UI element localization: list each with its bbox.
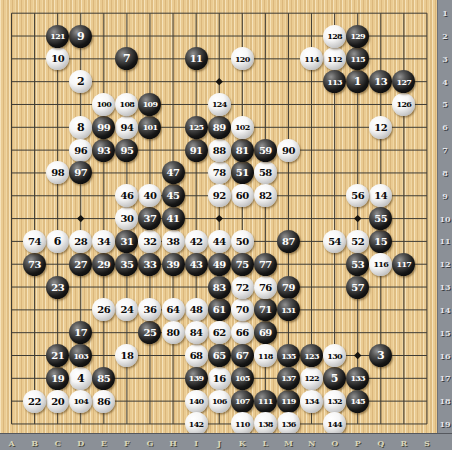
stone-white-126[interactable]: 126 — [392, 93, 415, 116]
stone-black-111[interactable]: 111 — [254, 390, 277, 413]
stone-black-109[interactable]: 109 — [138, 93, 161, 116]
stone-white-68[interactable]: 68 — [185, 344, 208, 367]
stone-black-13[interactable]: 13 — [369, 70, 392, 93]
stone-black-137[interactable]: 137 — [277, 367, 300, 390]
column-label-E: E — [97, 438, 111, 448]
stone-black-89[interactable]: 89 — [208, 116, 231, 139]
stone-black-73[interactable]: 73 — [23, 253, 46, 276]
column-label-F: F — [120, 438, 134, 448]
row-label-6: 6 — [438, 122, 452, 132]
stone-black-55[interactable]: 55 — [369, 207, 392, 230]
stone-white-14[interactable]: 14 — [369, 184, 392, 207]
stone-white-28[interactable]: 28 — [69, 230, 92, 253]
stone-white-122[interactable]: 122 — [300, 367, 323, 390]
stone-white-6[interactable]: 6 — [46, 230, 69, 253]
stone-white-56[interactable]: 56 — [346, 184, 369, 207]
stone-black-77[interactable]: 77 — [254, 253, 277, 276]
row-label-15: 15 — [438, 328, 452, 338]
column-label-B: B — [28, 438, 42, 448]
column-label-J: J — [212, 438, 226, 448]
stone-white-78[interactable]: 78 — [208, 161, 231, 184]
stone-black-117[interactable]: 117 — [392, 253, 415, 276]
stone-black-15[interactable]: 15 — [369, 230, 392, 253]
stone-black-129[interactable]: 129 — [346, 25, 369, 48]
stone-white-20[interactable]: 20 — [46, 390, 69, 413]
stone-white-98[interactable]: 98 — [46, 161, 69, 184]
stone-black-67[interactable]: 67 — [231, 344, 254, 367]
stone-white-144[interactable]: 144 — [323, 412, 346, 435]
stone-black-9[interactable]: 9 — [69, 25, 92, 48]
stone-white-8[interactable]: 8 — [69, 116, 92, 139]
stone-black-133[interactable]: 133 — [346, 367, 369, 390]
stone-white-86[interactable]: 86 — [92, 390, 115, 413]
stone-black-65[interactable]: 65 — [208, 344, 231, 367]
stone-white-136[interactable]: 136 — [277, 412, 300, 435]
stone-white-52[interactable]: 52 — [346, 230, 369, 253]
row-label-13: 13 — [438, 282, 452, 292]
column-label-P: P — [351, 438, 365, 448]
stone-black-91[interactable]: 91 — [185, 139, 208, 162]
row-label-7: 7 — [438, 145, 452, 155]
stone-black-25[interactable]: 25 — [138, 321, 161, 344]
stone-white-130[interactable]: 130 — [323, 344, 346, 367]
stone-black-17[interactable]: 17 — [69, 321, 92, 344]
stone-black-19[interactable]: 19 — [46, 367, 69, 390]
row-label-18: 18 — [438, 396, 452, 406]
stone-black-69[interactable]: 69 — [254, 321, 277, 344]
stone-white-38[interactable]: 38 — [162, 230, 185, 253]
stones-layer: 1234567891011121314151617181920212223242… — [0, 0, 437, 433]
stone-black-113[interactable]: 113 — [323, 70, 346, 93]
stone-black-41[interactable]: 41 — [162, 207, 185, 230]
column-label-O: O — [328, 438, 342, 448]
stone-white-84[interactable]: 84 — [185, 321, 208, 344]
stone-black-107[interactable]: 107 — [231, 390, 254, 413]
stone-black-87[interactable]: 87 — [277, 230, 300, 253]
stone-black-99[interactable]: 99 — [92, 116, 115, 139]
stone-white-106[interactable]: 106 — [208, 390, 231, 413]
stone-black-79[interactable]: 79 — [277, 276, 300, 299]
stone-white-76[interactable]: 76 — [254, 276, 277, 299]
stone-black-83[interactable]: 83 — [208, 276, 231, 299]
stone-white-60[interactable]: 60 — [231, 184, 254, 207]
stone-black-97[interactable]: 97 — [69, 161, 92, 184]
stone-white-92[interactable]: 92 — [208, 184, 231, 207]
row-label-19: 19 — [438, 419, 452, 429]
column-label-D: D — [74, 438, 88, 448]
stone-black-21[interactable]: 21 — [46, 344, 69, 367]
stone-black-31[interactable]: 31 — [115, 230, 138, 253]
stone-black-53[interactable]: 53 — [346, 253, 369, 276]
stone-black-125[interactable]: 125 — [185, 116, 208, 139]
column-label-M: M — [281, 438, 295, 448]
stone-black-119[interactable]: 119 — [277, 390, 300, 413]
stone-black-121[interactable]: 121 — [46, 25, 69, 48]
row-label-9: 9 — [438, 191, 452, 201]
stone-black-103[interactable]: 103 — [69, 344, 92, 367]
column-label-R: R — [397, 438, 411, 448]
stone-black-29[interactable]: 29 — [92, 253, 115, 276]
stone-white-34[interactable]: 34 — [92, 230, 115, 253]
row-label-17: 17 — [438, 373, 452, 383]
stone-white-62[interactable]: 62 — [208, 321, 231, 344]
stone-white-24[interactable]: 24 — [115, 298, 138, 321]
stone-white-48[interactable]: 48 — [185, 298, 208, 321]
row-coordinates-strip: 12345678910111213141516171819 — [437, 0, 452, 433]
stone-white-64[interactable]: 64 — [162, 298, 185, 321]
stone-white-120[interactable]: 120 — [231, 47, 254, 70]
stone-white-112[interactable]: 112 — [323, 47, 346, 70]
stone-black-81[interactable]: 81 — [231, 139, 254, 162]
row-label-10: 10 — [438, 214, 452, 224]
stone-black-43[interactable]: 43 — [185, 253, 208, 276]
stone-black-57[interactable]: 57 — [346, 276, 369, 299]
column-label-G: G — [143, 438, 157, 448]
stone-white-70[interactable]: 70 — [231, 298, 254, 321]
stone-black-61[interactable]: 61 — [208, 298, 231, 321]
stone-white-132[interactable]: 132 — [323, 390, 346, 413]
column-label-N: N — [305, 438, 319, 448]
stone-white-118[interactable]: 118 — [254, 344, 277, 367]
stone-black-45[interactable]: 45 — [162, 184, 185, 207]
column-label-Q: Q — [374, 438, 388, 448]
stone-white-32[interactable]: 32 — [138, 230, 161, 253]
row-label-2: 2 — [438, 31, 452, 41]
stone-white-134[interactable]: 134 — [300, 390, 323, 413]
stone-black-23[interactable]: 23 — [46, 276, 69, 299]
stone-black-11[interactable]: 11 — [185, 47, 208, 70]
stone-white-110[interactable]: 110 — [231, 412, 254, 435]
stone-white-30[interactable]: 30 — [115, 207, 138, 230]
column-label-H: H — [166, 438, 180, 448]
stone-white-72[interactable]: 72 — [231, 276, 254, 299]
row-label-5: 5 — [438, 99, 452, 109]
stone-white-16[interactable]: 16 — [208, 367, 231, 390]
stone-white-90[interactable]: 90 — [277, 139, 300, 162]
stone-white-140[interactable]: 140 — [185, 390, 208, 413]
stone-black-3[interactable]: 3 — [369, 344, 392, 367]
row-label-4: 4 — [438, 77, 452, 87]
column-label-L: L — [258, 438, 272, 448]
stone-white-66[interactable]: 66 — [231, 321, 254, 344]
stone-black-127[interactable]: 127 — [392, 70, 415, 93]
stone-white-2[interactable]: 2 — [69, 70, 92, 93]
stone-white-40[interactable]: 40 — [138, 184, 161, 207]
stone-white-46[interactable]: 46 — [115, 184, 138, 207]
stone-white-80[interactable]: 80 — [162, 321, 185, 344]
stone-black-105[interactable]: 105 — [231, 367, 254, 390]
stone-black-101[interactable]: 101 — [138, 116, 161, 139]
stone-white-18[interactable]: 18 — [115, 344, 138, 367]
stone-white-96[interactable]: 96 — [69, 139, 92, 162]
stone-black-71[interactable]: 71 — [254, 298, 277, 321]
stone-black-27[interactable]: 27 — [69, 253, 92, 276]
stone-white-12[interactable]: 12 — [369, 116, 392, 139]
stone-white-94[interactable]: 94 — [115, 116, 138, 139]
stone-white-44[interactable]: 44 — [208, 230, 231, 253]
stone-black-131[interactable]: 131 — [277, 298, 300, 321]
stone-white-100[interactable]: 100 — [92, 93, 115, 116]
stone-black-39[interactable]: 39 — [162, 253, 185, 276]
stone-black-75[interactable]: 75 — [231, 253, 254, 276]
stone-black-5[interactable]: 5 — [323, 367, 346, 390]
column-label-S: S — [420, 438, 434, 448]
stone-black-51[interactable]: 51 — [231, 161, 254, 184]
stone-white-58[interactable]: 58 — [254, 161, 277, 184]
go-kifu-diagram: 1234567891011121314151617181920212223242… — [0, 0, 452, 450]
stone-black-37[interactable]: 37 — [138, 207, 161, 230]
stone-black-95[interactable]: 95 — [115, 139, 138, 162]
stone-white-26[interactable]: 26 — [92, 298, 115, 321]
stone-white-4[interactable]: 4 — [69, 367, 92, 390]
stone-black-47[interactable]: 47 — [162, 161, 185, 184]
stone-white-74[interactable]: 74 — [23, 230, 46, 253]
row-label-3: 3 — [438, 54, 452, 64]
stone-black-93[interactable]: 93 — [92, 139, 115, 162]
row-label-8: 8 — [438, 168, 452, 178]
column-label-A: A — [5, 438, 19, 448]
stone-black-59[interactable]: 59 — [254, 139, 277, 162]
stone-white-108[interactable]: 108 — [115, 93, 138, 116]
stone-black-139[interactable]: 139 — [185, 367, 208, 390]
stone-black-115[interactable]: 115 — [346, 47, 369, 70]
column-coordinates-strip: ABCDEFGHIJKLMNOPQRS — [0, 433, 452, 450]
stone-white-104[interactable]: 104 — [69, 390, 92, 413]
stone-black-49[interactable]: 49 — [208, 253, 231, 276]
stone-black-145[interactable]: 145 — [346, 390, 369, 413]
stone-black-35[interactable]: 35 — [115, 253, 138, 276]
row-label-1: 1 — [438, 8, 452, 18]
stone-white-42[interactable]: 42 — [185, 230, 208, 253]
stone-white-22[interactable]: 22 — [23, 390, 46, 413]
column-label-C: C — [51, 438, 65, 448]
row-label-12: 12 — [438, 259, 452, 269]
stone-white-50[interactable]: 50 — [231, 230, 254, 253]
stone-white-36[interactable]: 36 — [138, 298, 161, 321]
stone-white-88[interactable]: 88 — [208, 139, 231, 162]
stone-white-142[interactable]: 142 — [185, 412, 208, 435]
stone-white-116[interactable]: 116 — [369, 253, 392, 276]
stone-white-138[interactable]: 138 — [254, 412, 277, 435]
row-label-11: 11 — [438, 236, 452, 246]
column-label-K: K — [235, 438, 249, 448]
stone-white-82[interactable]: 82 — [254, 184, 277, 207]
stone-white-10[interactable]: 10 — [46, 47, 69, 70]
stone-black-33[interactable]: 33 — [138, 253, 161, 276]
stone-white-128[interactable]: 128 — [323, 25, 346, 48]
column-label-I: I — [189, 438, 203, 448]
stone-white-114[interactable]: 114 — [300, 47, 323, 70]
stone-white-54[interactable]: 54 — [323, 230, 346, 253]
row-label-16: 16 — [438, 351, 452, 361]
row-label-14: 14 — [438, 305, 452, 315]
stone-black-123[interactable]: 123 — [300, 344, 323, 367]
stone-white-102[interactable]: 102 — [231, 116, 254, 139]
stone-black-1[interactable]: 1 — [346, 70, 369, 93]
stone-black-135[interactable]: 135 — [277, 344, 300, 367]
stone-black-85[interactable]: 85 — [92, 367, 115, 390]
stone-black-7[interactable]: 7 — [115, 47, 138, 70]
stone-white-124[interactable]: 124 — [208, 93, 231, 116]
